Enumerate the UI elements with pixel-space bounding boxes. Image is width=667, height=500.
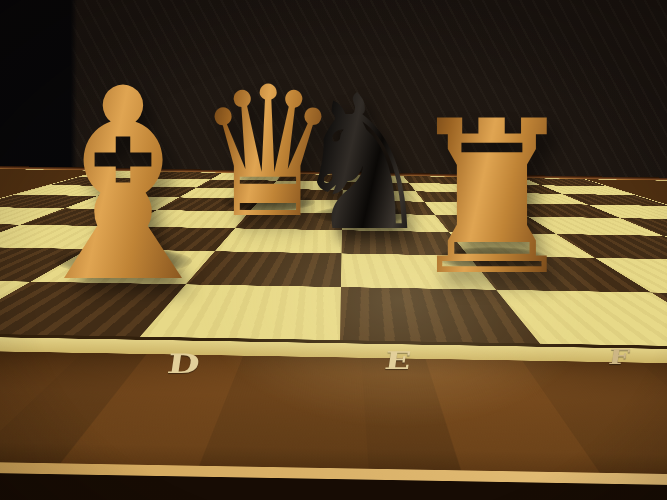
piece-white-rook[interactable]: ♜ [405,93,580,305]
file-label-e: E [383,346,413,375]
pieces-layer: ♝♛♞♜ [0,0,667,500]
file-label-d: D [165,348,202,380]
photo-of-chessboard: ♝♛♞♜ D E F [0,0,667,500]
file-label-f: F [607,345,631,369]
